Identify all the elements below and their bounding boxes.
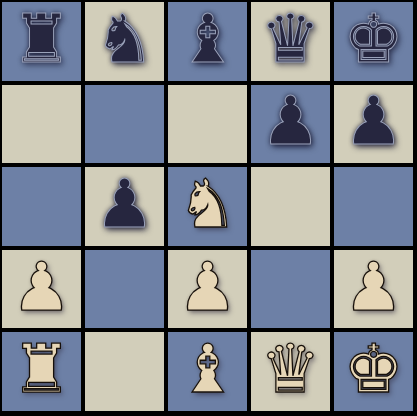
square-e4[interactable]: ♟ [334, 85, 413, 164]
square-e1[interactable]: ♚ [334, 332, 413, 411]
piece-white-pawn: ♟ [343, 254, 403, 321]
piece-black-pawn: ♟ [260, 88, 320, 155]
piece-black-pawn: ♟ [94, 171, 154, 238]
piece-white-rook: ♜ [11, 336, 71, 403]
piece-white-pawn: ♟ [177, 254, 237, 321]
square-e5[interactable]: ♚ [334, 2, 413, 81]
square-e2[interactable]: ♟ [334, 250, 413, 329]
square-a4[interactable] [2, 85, 81, 164]
square-b2[interactable] [85, 250, 164, 329]
piece-white-pawn: ♟ [11, 254, 71, 321]
piece-white-bishop: ♝ [177, 336, 237, 403]
square-a2[interactable]: ♟ [2, 250, 81, 329]
square-c5[interactable]: ♝ [168, 2, 247, 81]
piece-black-bishop: ♝ [177, 6, 237, 73]
square-c4[interactable] [168, 85, 247, 164]
square-a5[interactable]: ♜ [2, 2, 81, 81]
square-a3[interactable] [2, 167, 81, 246]
piece-white-queen: ♛ [260, 336, 320, 403]
piece-black-king: ♚ [343, 6, 403, 73]
square-d1[interactable]: ♛ [251, 332, 330, 411]
square-d5[interactable]: ♛ [251, 2, 330, 81]
piece-white-knight: ♞ [177, 171, 237, 238]
square-d3[interactable] [251, 167, 330, 246]
square-b4[interactable] [85, 85, 164, 164]
minichess-board: ♜♞♝♛♚♟♟♟♞♟♟♟♜♝♛♚ [0, 0, 417, 416]
piece-black-knight: ♞ [94, 6, 154, 73]
square-d2[interactable] [251, 250, 330, 329]
square-e3[interactable] [334, 167, 413, 246]
square-d4[interactable]: ♟ [251, 85, 330, 164]
square-c3[interactable]: ♞ [168, 167, 247, 246]
square-a1[interactable]: ♜ [2, 332, 81, 411]
minichess-board-wrapper: ♜♞♝♛♚♟♟♟♞♟♟♟♜♝♛♚ [0, 0, 417, 416]
square-b1[interactable] [85, 332, 164, 411]
piece-black-rook: ♜ [11, 6, 71, 73]
square-b3[interactable]: ♟ [85, 167, 164, 246]
square-b5[interactable]: ♞ [85, 2, 164, 81]
piece-white-king: ♚ [343, 336, 403, 403]
square-c1[interactable]: ♝ [168, 332, 247, 411]
piece-black-queen: ♛ [260, 6, 320, 73]
piece-black-pawn: ♟ [343, 88, 403, 155]
square-c2[interactable]: ♟ [168, 250, 247, 329]
